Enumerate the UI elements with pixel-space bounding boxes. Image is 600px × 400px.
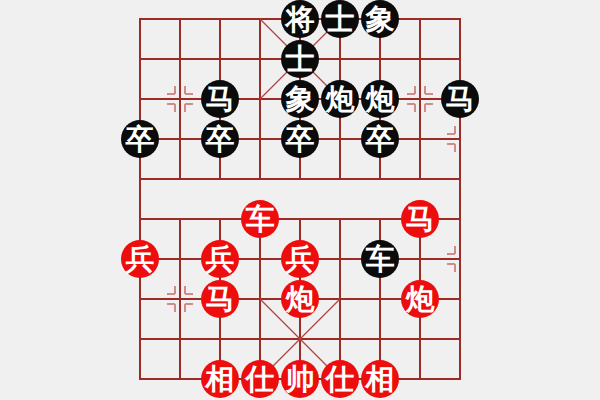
black-horse[interactable]: 马 (201, 80, 239, 118)
red-horse[interactable]: 马 (401, 200, 439, 238)
black-general[interactable]: 将 (281, 0, 319, 38)
xiangqi-app: 将士象士马象炮炮马卒卒卒卒车车马兵兵兵马炮炮相仕帅仕相 (0, 0, 600, 400)
black-soldier[interactable]: 卒 (361, 120, 399, 158)
red-chariot[interactable]: 车 (241, 200, 279, 238)
red-elephant[interactable]: 相 (201, 360, 239, 398)
red-elephant[interactable]: 相 (361, 360, 399, 398)
red-cannon[interactable]: 炮 (401, 280, 439, 318)
red-soldier[interactable]: 兵 (281, 240, 319, 278)
red-soldier[interactable]: 兵 (201, 240, 239, 278)
black-cannon[interactable]: 炮 (361, 80, 399, 118)
red-advisor[interactable]: 仕 (241, 360, 279, 398)
red-cannon[interactable]: 炮 (281, 280, 319, 318)
black-horse[interactable]: 马 (441, 80, 479, 118)
black-elephant[interactable]: 象 (281, 80, 319, 118)
black-advisor[interactable]: 士 (281, 40, 319, 78)
red-advisor[interactable]: 仕 (321, 360, 359, 398)
black-advisor[interactable]: 士 (321, 0, 359, 38)
black-cannon[interactable]: 炮 (321, 80, 359, 118)
red-horse[interactable]: 马 (201, 280, 239, 318)
red-soldier[interactable]: 兵 (121, 240, 159, 278)
black-chariot[interactable]: 车 (361, 240, 399, 278)
black-elephant[interactable]: 象 (361, 0, 399, 38)
black-soldier[interactable]: 卒 (281, 120, 319, 158)
black-soldier[interactable]: 卒 (121, 120, 159, 158)
black-soldier[interactable]: 卒 (201, 120, 239, 158)
red-general[interactable]: 帅 (281, 360, 319, 398)
board[interactable]: 将士象士马象炮炮马卒卒卒卒车车马兵兵兵马炮炮相仕帅仕相 (120, 0, 480, 399)
